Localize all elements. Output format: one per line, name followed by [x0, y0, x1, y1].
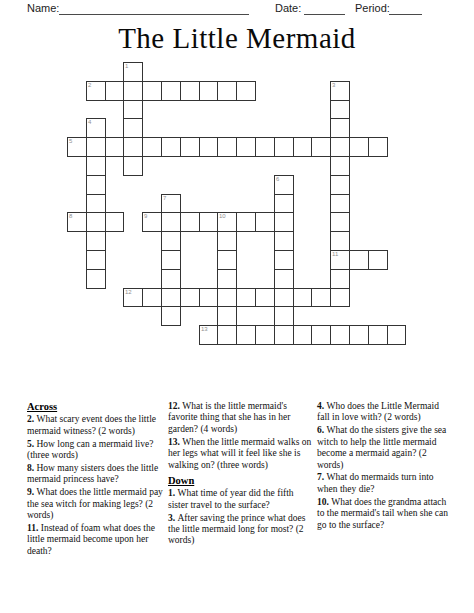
page-title: The Little Mermaid — [0, 22, 474, 55]
grid-cell[interactable] — [311, 288, 331, 307]
grid-cell[interactable]: 8 — [67, 212, 87, 232]
grid-cell[interactable] — [180, 212, 200, 232]
grid-cell[interactable] — [180, 81, 200, 101]
date-blank-line[interactable] — [304, 14, 345, 15]
grid-cell[interactable] — [86, 137, 106, 157]
grid-cell[interactable] — [123, 100, 143, 119]
grid-cell[interactable] — [217, 269, 237, 289]
cell-number: 9 — [144, 213, 147, 220]
grid-cell[interactable] — [330, 175, 350, 195]
cell-number: 6 — [276, 176, 279, 183]
grid-cell[interactable] — [330, 118, 350, 138]
clue-across-13: 13When the little mermaid walks on her l… — [168, 437, 314, 471]
grid-cell[interactable] — [161, 250, 181, 270]
grid-cell[interactable] — [123, 81, 143, 101]
cell-number: 10 — [219, 213, 226, 220]
grid-cell[interactable] — [236, 137, 256, 157]
grid-cell[interactable] — [180, 288, 200, 307]
grid-cell[interactable] — [105, 81, 124, 101]
grid-cell[interactable] — [293, 137, 312, 157]
clue-down-3: 3After saving the prince what does the l… — [168, 513, 314, 547]
clue-column-1: Across 2What scary event does the little… — [27, 401, 169, 559]
crossword-grid: 12345678910111213 — [67, 62, 408, 346]
grid-cell[interactable]: 4 — [86, 118, 106, 138]
grid-cell[interactable] — [86, 156, 106, 176]
grid-cell[interactable] — [123, 156, 143, 176]
grid-cell[interactable] — [368, 250, 388, 270]
across-heading: Across — [27, 401, 169, 412]
grid-cell[interactable] — [142, 81, 162, 101]
grid-cell[interactable] — [217, 325, 237, 345]
grid-cell[interactable] — [161, 212, 181, 232]
grid-cell[interactable]: 5 — [67, 137, 87, 157]
grid-cell[interactable] — [236, 212, 256, 232]
grid-cell[interactable] — [217, 137, 237, 157]
grid-cell[interactable] — [105, 137, 124, 157]
grid-cell[interactable] — [274, 231, 294, 251]
grid-cell[interactable]: 13 — [199, 325, 218, 345]
grid-cell[interactable] — [217, 81, 237, 101]
grid-cell[interactable] — [274, 288, 294, 307]
grid-cell[interactable] — [123, 137, 143, 157]
period-label: Period: — [355, 2, 390, 14]
clue-across-12: 12What is the little mermaid's favorite … — [168, 401, 314, 435]
clue-down-10: 10What does the grandma attach to the me… — [317, 497, 450, 531]
grid-cell[interactable] — [161, 137, 181, 157]
grid-cell[interactable]: 9 — [142, 212, 162, 232]
grid-cell[interactable] — [274, 269, 294, 289]
grid-cell[interactable] — [236, 288, 256, 307]
grid-cell[interactable] — [368, 325, 388, 345]
clue-down-4: 4Who does the Little Mermaid fall in lov… — [317, 401, 450, 424]
clue-across-5: 5How long can a mermaid live? (three wor… — [27, 439, 169, 462]
grid-cell[interactable]: 11 — [330, 250, 350, 270]
down-heading: Down — [168, 475, 314, 486]
grid-cell[interactable] — [217, 231, 237, 251]
grid-cell[interactable] — [86, 231, 106, 251]
grid-cell[interactable] — [86, 250, 106, 270]
grid-cell[interactable] — [349, 137, 369, 157]
grid-cell[interactable] — [274, 306, 294, 326]
grid-cell[interactable] — [330, 231, 350, 251]
grid-cell[interactable] — [86, 212, 106, 232]
grid-cell[interactable] — [255, 137, 275, 157]
clue-across-9: 9What does the little mermaid pay the se… — [27, 487, 169, 521]
clue-column-3: 4Who does the Little Mermaid fall in lov… — [317, 401, 450, 532]
grid-cell[interactable] — [293, 288, 312, 307]
grid-cell[interactable] — [387, 325, 406, 345]
cell-number: 13 — [201, 326, 208, 333]
grid-cell[interactable]: 2 — [86, 81, 106, 101]
grid-cell[interactable] — [330, 325, 350, 345]
grid-cell[interactable]: 7 — [161, 194, 181, 213]
grid-cell[interactable] — [349, 250, 369, 270]
name-label: Name: — [27, 2, 59, 14]
grid-cell[interactable] — [368, 137, 388, 157]
grid-cell[interactable]: 12 — [123, 288, 143, 307]
grid-cell[interactable] — [274, 325, 294, 345]
grid-cell[interactable] — [199, 81, 218, 101]
grid-cell[interactable] — [105, 212, 124, 232]
clue-across-2: 2What scary event does the little mermai… — [27, 414, 169, 437]
cell-number: 3 — [332, 82, 335, 89]
grid-cell[interactable] — [217, 306, 237, 326]
grid-cell[interactable] — [161, 81, 181, 101]
grid-cell[interactable] — [255, 212, 275, 232]
date-label: Date: — [275, 2, 301, 14]
grid-cell[interactable] — [330, 269, 350, 289]
grid-cell[interactable] — [142, 137, 162, 157]
grid-cell[interactable] — [274, 137, 294, 157]
period-blank-line[interactable] — [389, 14, 422, 15]
grid-cell[interactable] — [161, 269, 181, 289]
cell-number: 12 — [125, 289, 132, 296]
grid-cell[interactable] — [161, 288, 181, 307]
grid-cell[interactable] — [236, 325, 256, 345]
grid-cell[interactable] — [217, 250, 237, 270]
cell-number: 2 — [88, 82, 91, 89]
grid-cell[interactable] — [255, 325, 275, 345]
grid-cell[interactable]: 3 — [330, 81, 350, 101]
grid-cell[interactable] — [330, 288, 350, 307]
cell-number: 5 — [69, 138, 72, 145]
grid-cell[interactable] — [311, 325, 331, 345]
grid-cell[interactable]: 1 — [123, 62, 143, 82]
grid-cell[interactable] — [142, 288, 162, 307]
grid-cell[interactable] — [86, 269, 106, 289]
grid-cell[interactable] — [123, 118, 143, 138]
grid-cell[interactable] — [161, 231, 181, 251]
grid-cell[interactable] — [161, 306, 181, 326]
worksheet-page: { "game": "crossword", "title": "The Lit… — [0, 0, 474, 613]
grid-cell[interactable] — [330, 100, 350, 119]
grid-cell[interactable] — [274, 250, 294, 270]
grid-cell[interactable] — [293, 325, 312, 345]
grid-cell[interactable] — [274, 194, 294, 213]
grid-cell[interactable] — [330, 212, 350, 232]
grid-cell[interactable]: 6 — [274, 175, 294, 195]
grid-cell[interactable] — [199, 288, 218, 307]
grid-cell[interactable] — [274, 212, 294, 232]
cell-number: 8 — [69, 213, 72, 220]
cell-number: 11 — [332, 251, 338, 258]
grid-cell[interactable] — [199, 137, 218, 157]
grid-cell[interactable] — [311, 137, 331, 157]
grid-cell[interactable] — [199, 212, 218, 232]
name-blank-line[interactable] — [59, 14, 249, 15]
clue-column-2: 12What is the little mermaid's favorite … — [168, 401, 314, 548]
grid-cell[interactable] — [217, 288, 237, 307]
grid-cell[interactable]: 10 — [217, 212, 237, 232]
grid-cell[interactable] — [180, 137, 200, 157]
grid-cell[interactable] — [236, 81, 256, 101]
grid-cell[interactable] — [255, 288, 275, 307]
grid-cell[interactable] — [86, 194, 106, 213]
grid-cell[interactable] — [330, 156, 350, 176]
grid-cell[interactable] — [86, 175, 106, 195]
cell-number: 7 — [163, 195, 166, 202]
cell-number: 4 — [88, 119, 91, 126]
clue-across-8: 8How many sisters does the little mermai… — [27, 463, 169, 486]
grid-cell[interactable] — [349, 325, 369, 345]
clue-down-7: 7What do mermaids turn into when they di… — [317, 472, 450, 495]
clue-down-1: 1What time of year did the fifth sister … — [168, 488, 314, 511]
grid-cell[interactable] — [330, 137, 350, 157]
clue-across-11: 11Instead of foam what does the little m… — [27, 523, 169, 557]
grid-cell[interactable] — [330, 194, 350, 213]
clue-down-6: 6What do the sisters give the sea witch … — [317, 425, 450, 471]
cell-number: 1 — [125, 63, 128, 70]
